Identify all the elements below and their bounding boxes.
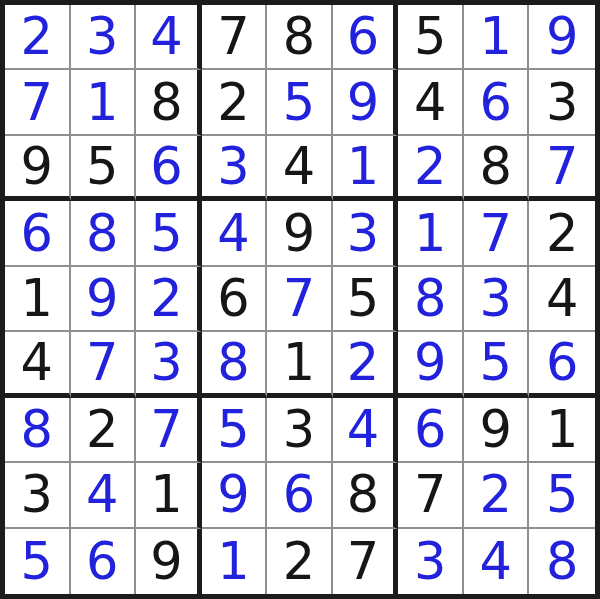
sudoku-cell-r8c8-solved[interactable]: 2 <box>464 463 530 528</box>
sudoku-cell-r8c6-given[interactable]: 8 <box>333 463 399 528</box>
sudoku-cell-r2c1-solved[interactable]: 7 <box>5 70 71 135</box>
sudoku-cell-r2c4-given[interactable]: 2 <box>202 70 268 135</box>
sudoku-cell-r5c7-solved[interactable]: 8 <box>398 267 464 332</box>
sudoku-cell-r3c2-given[interactable]: 5 <box>71 136 137 201</box>
sudoku-cell-r5c2-solved[interactable]: 9 <box>71 267 137 332</box>
sudoku-cell-r6c4-solved[interactable]: 8 <box>202 332 268 397</box>
sudoku-cell-r7c2-given[interactable]: 2 <box>71 398 137 463</box>
sudoku-cell-r2c5-solved[interactable]: 5 <box>267 70 333 135</box>
sudoku-cell-r9c3-given[interactable]: 9 <box>136 529 202 594</box>
sudoku-cell-r7c8-given[interactable]: 9 <box>464 398 530 463</box>
sudoku-cell-r7c5-given[interactable]: 3 <box>267 398 333 463</box>
sudoku-cell-r4c1-solved[interactable]: 6 <box>5 201 71 266</box>
sudoku-cell-r5c1-given[interactable]: 1 <box>5 267 71 332</box>
sudoku-cell-r1c8-solved[interactable]: 1 <box>464 5 530 70</box>
sudoku-cell-r1c7-given[interactable]: 5 <box>398 5 464 70</box>
sudoku-cell-r2c3-given[interactable]: 8 <box>136 70 202 135</box>
sudoku-cell-r5c5-solved[interactable]: 7 <box>267 267 333 332</box>
sudoku-cell-r8c5-solved[interactable]: 6 <box>267 463 333 528</box>
sudoku-cell-r7c6-solved[interactable]: 4 <box>333 398 399 463</box>
sudoku-cell-r3c7-solved[interactable]: 2 <box>398 136 464 201</box>
sudoku-cell-r2c8-solved[interactable]: 6 <box>464 70 530 135</box>
sudoku-board: 2347865197182594639563412876854931721926… <box>0 0 600 599</box>
sudoku-cell-r8c2-solved[interactable]: 4 <box>71 463 137 528</box>
sudoku-cell-r8c7-given[interactable]: 7 <box>398 463 464 528</box>
sudoku-cell-r3c6-solved[interactable]: 1 <box>333 136 399 201</box>
sudoku-cell-r1c3-solved[interactable]: 4 <box>136 5 202 70</box>
sudoku-cell-r6c9-solved[interactable]: 6 <box>529 332 595 397</box>
sudoku-cell-r6c7-solved[interactable]: 9 <box>398 332 464 397</box>
sudoku-cell-r8c3-given[interactable]: 1 <box>136 463 202 528</box>
sudoku-cell-r9c2-solved[interactable]: 6 <box>71 529 137 594</box>
sudoku-cell-r9c8-solved[interactable]: 4 <box>464 529 530 594</box>
sudoku-cell-r7c4-solved[interactable]: 5 <box>202 398 268 463</box>
sudoku-cell-r2c7-given[interactable]: 4 <box>398 70 464 135</box>
sudoku-cell-r9c5-given[interactable]: 2 <box>267 529 333 594</box>
sudoku-cell-r3c9-solved[interactable]: 7 <box>529 136 595 201</box>
sudoku-cell-r9c9-solved[interactable]: 8 <box>529 529 595 594</box>
sudoku-cell-r4c2-solved[interactable]: 8 <box>71 201 137 266</box>
sudoku-cell-r5c8-solved[interactable]: 3 <box>464 267 530 332</box>
sudoku-cell-r4c9-given[interactable]: 2 <box>529 201 595 266</box>
sudoku-cell-r3c4-solved[interactable]: 3 <box>202 136 268 201</box>
sudoku-cell-r2c9-given[interactable]: 3 <box>529 70 595 135</box>
sudoku-cell-r9c6-given[interactable]: 7 <box>333 529 399 594</box>
sudoku-cell-r8c4-solved[interactable]: 9 <box>202 463 268 528</box>
sudoku-cell-r5c9-given[interactable]: 4 <box>529 267 595 332</box>
sudoku-cell-r6c5-given[interactable]: 1 <box>267 332 333 397</box>
sudoku-cell-r5c6-given[interactable]: 5 <box>333 267 399 332</box>
sudoku-cell-r2c6-solved[interactable]: 9 <box>333 70 399 135</box>
sudoku-cell-r7c9-given[interactable]: 1 <box>529 398 595 463</box>
sudoku-cell-r1c4-given[interactable]: 7 <box>202 5 268 70</box>
sudoku-cell-r1c5-given[interactable]: 8 <box>267 5 333 70</box>
sudoku-cell-r7c3-solved[interactable]: 7 <box>136 398 202 463</box>
sudoku-cell-r4c4-solved[interactable]: 4 <box>202 201 268 266</box>
sudoku-cell-r8c9-solved[interactable]: 5 <box>529 463 595 528</box>
sudoku-cell-r1c2-solved[interactable]: 3 <box>71 5 137 70</box>
sudoku-cell-r4c8-solved[interactable]: 7 <box>464 201 530 266</box>
sudoku-cell-r9c4-solved[interactable]: 1 <box>202 529 268 594</box>
sudoku-cell-r1c9-solved[interactable]: 9 <box>529 5 595 70</box>
sudoku-cell-r7c1-solved[interactable]: 8 <box>5 398 71 463</box>
sudoku-cell-r1c1-solved[interactable]: 2 <box>5 5 71 70</box>
sudoku-cell-r8c1-given[interactable]: 3 <box>5 463 71 528</box>
sudoku-cell-r3c3-solved[interactable]: 6 <box>136 136 202 201</box>
sudoku-cell-r6c8-solved[interactable]: 5 <box>464 332 530 397</box>
sudoku-cell-r1c6-solved[interactable]: 6 <box>333 5 399 70</box>
sudoku-cell-r6c3-solved[interactable]: 3 <box>136 332 202 397</box>
sudoku-cell-r2c2-solved[interactable]: 1 <box>71 70 137 135</box>
sudoku-cell-r5c3-solved[interactable]: 2 <box>136 267 202 332</box>
sudoku-cell-r6c2-solved[interactable]: 7 <box>71 332 137 397</box>
sudoku-cell-r6c6-solved[interactable]: 2 <box>333 332 399 397</box>
sudoku-cell-r9c7-solved[interactable]: 3 <box>398 529 464 594</box>
sudoku-cell-r4c5-given[interactable]: 9 <box>267 201 333 266</box>
sudoku-cell-r3c1-given[interactable]: 9 <box>5 136 71 201</box>
sudoku-cell-r4c3-solved[interactable]: 5 <box>136 201 202 266</box>
sudoku-cell-r5c4-given[interactable]: 6 <box>202 267 268 332</box>
sudoku-cell-r9c1-solved[interactable]: 5 <box>5 529 71 594</box>
sudoku-cell-r7c7-solved[interactable]: 6 <box>398 398 464 463</box>
sudoku-cell-r4c7-solved[interactable]: 1 <box>398 201 464 266</box>
sudoku-cell-r3c5-given[interactable]: 4 <box>267 136 333 201</box>
sudoku-cell-r4c6-solved[interactable]: 3 <box>333 201 399 266</box>
sudoku-cell-r3c8-given[interactable]: 8 <box>464 136 530 201</box>
sudoku-cell-r6c1-given[interactable]: 4 <box>5 332 71 397</box>
